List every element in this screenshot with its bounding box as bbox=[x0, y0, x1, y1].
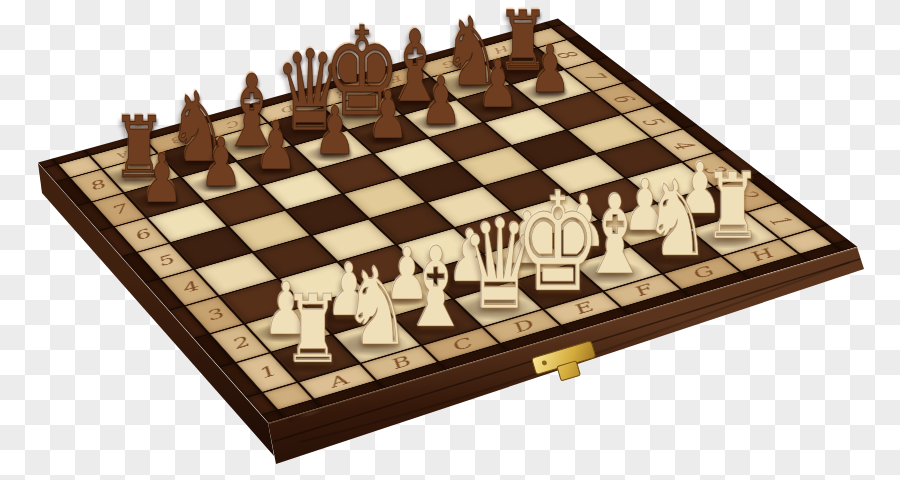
pawn-icon: ♟ bbox=[200, 129, 243, 196]
rank-label-5-left: 5 bbox=[152, 253, 178, 269]
piece-white-rook-h1[interactable]: ♜ bbox=[694, 165, 772, 252]
piece-black-pawn-g7[interactable]: ♟ bbox=[470, 55, 526, 118]
pawn-icon: ♟ bbox=[530, 37, 572, 103]
piece-black-pawn-d7[interactable]: ♟ bbox=[306, 101, 363, 165]
piece-black-pawn-c7[interactable]: ♟ bbox=[247, 116, 304, 180]
rank-label-5-right: 5 bbox=[636, 115, 669, 128]
piece-black-pawn-h7[interactable]: ♟ bbox=[522, 40, 578, 103]
rank-label-7-left: 7 bbox=[106, 202, 131, 218]
pawn-icon: ♟ bbox=[477, 52, 519, 118]
rank-label-3-left: 3 bbox=[200, 306, 227, 323]
pawn-icon: ♟ bbox=[140, 145, 183, 213]
piece-black-pawn-a7[interactable]: ♟ bbox=[133, 148, 191, 212]
pawn-icon: ♟ bbox=[367, 83, 409, 150]
rank-label-4-left: 4 bbox=[176, 279, 203, 296]
piece-black-pawn-f7[interactable]: ♟ bbox=[413, 70, 470, 133]
pawn-icon: ♟ bbox=[254, 114, 296, 181]
piece-black-pawn-b7[interactable]: ♟ bbox=[193, 132, 251, 196]
rank-label-6-left: 6 bbox=[129, 227, 155, 243]
pawn-icon: ♟ bbox=[313, 98, 355, 165]
piece-black-pawn-e7[interactable]: ♟ bbox=[359, 85, 416, 148]
rook-icon: ♜ bbox=[704, 161, 762, 253]
pawn-icon: ♟ bbox=[420, 67, 462, 133]
rank-label-6-right: 6 bbox=[606, 92, 639, 105]
rank-label-2-left: 2 bbox=[226, 334, 254, 352]
rank-label-7-right: 7 bbox=[578, 70, 610, 83]
scene: ABCDEFGH8877665544332211ABCDEFGH ♜♞♝♛♚♝♞… bbox=[0, 0, 900, 480]
